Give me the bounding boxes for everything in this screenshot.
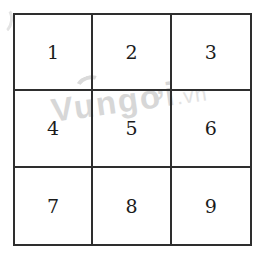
grid-cell-r1c3: 3	[172, 15, 250, 91]
grid-cell-r1c2: 2	[93, 15, 171, 91]
puzzle-grid: 1 2 3 4 5 6 7 8 9	[13, 13, 252, 246]
grid-cell-r1c1: 1	[15, 15, 93, 91]
grid-cell-r2c2: 5	[93, 91, 171, 167]
grid-cell-r3c1: 7	[15, 168, 93, 244]
diagram-canvas: Vungơi .vn 1 2 3 4 5 6 7 8 9	[0, 0, 265, 262]
grid-cell-r2c3: 6	[172, 91, 250, 167]
grid-cell-r3c2: 8	[93, 168, 171, 244]
grid-cell-r2c1: 4	[15, 91, 93, 167]
grid-cell-r3c3: 9	[172, 168, 250, 244]
